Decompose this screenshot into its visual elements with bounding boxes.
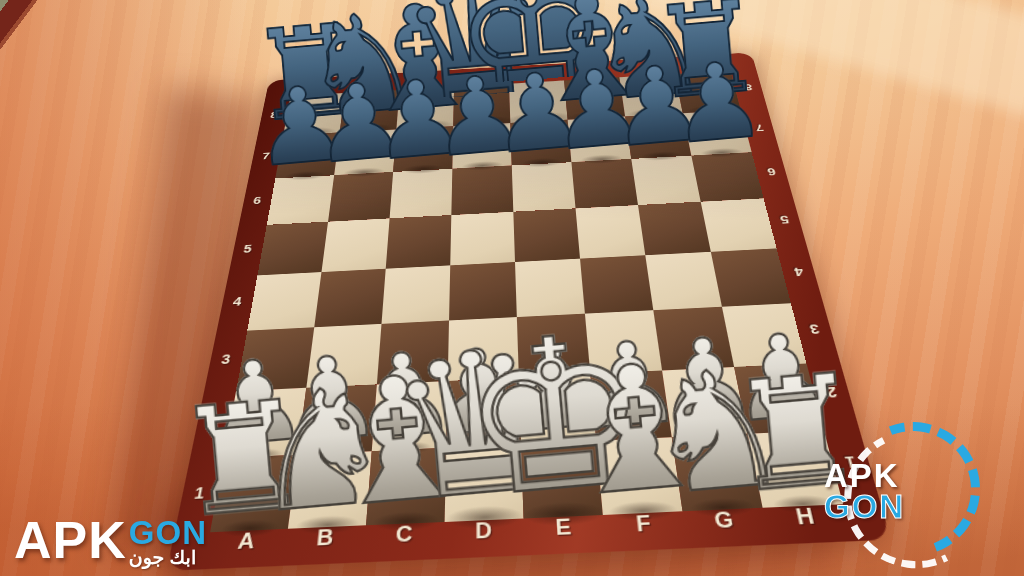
square-e5[interactable] xyxy=(513,208,580,262)
square-f5[interactable] xyxy=(576,205,646,259)
rank-label-right-5: 5 xyxy=(768,213,801,228)
square-e6[interactable] xyxy=(512,162,576,211)
watermark-bottom-left: APK GON ابك جون xyxy=(14,517,207,568)
rank-label-right-6: 6 xyxy=(756,165,788,179)
square-g5[interactable] xyxy=(638,202,711,256)
square-h5[interactable] xyxy=(701,198,777,252)
watermark-apk-text: APK xyxy=(14,517,127,564)
logo-gon-text: GON xyxy=(824,491,905,522)
square-h6[interactable] xyxy=(691,152,763,201)
square-b5[interactable] xyxy=(321,218,389,272)
square-b6[interactable] xyxy=(328,172,393,222)
square-h4[interactable] xyxy=(711,248,791,306)
game-scene: ♜♞♝♛♚♝♞♜♟♟♟♟♟♟♟♟♟♟♟♟♟♟♟♟♜♞♝♛♚♝♞♜ 8877665… xyxy=(0,0,1024,576)
logo-apk-text: APK xyxy=(824,460,900,491)
rank-label-left-6: 6 xyxy=(242,193,272,207)
square-a4[interactable] xyxy=(247,272,321,331)
square-g6[interactable] xyxy=(631,156,700,205)
watermark-arabic-text: ابك جون xyxy=(129,548,196,568)
watermark-bottom-right: APK GON xyxy=(824,420,994,568)
rank-label-left-5: 5 xyxy=(232,241,263,256)
square-d6[interactable] xyxy=(451,166,513,215)
rank-label-right-4: 4 xyxy=(781,264,816,280)
square-c6[interactable] xyxy=(390,169,453,219)
board-grid: ♜♞♝♛♚♝♞♜♟♟♟♟♟♟♟♟♟♟♟♟♟♟♟♟♜♞♝♛♚♝♞♜ xyxy=(210,71,843,532)
watermark-gon-text: GON xyxy=(129,517,207,548)
square-a6[interactable] xyxy=(267,175,334,225)
square-b4[interactable] xyxy=(314,269,385,328)
square-g4[interactable] xyxy=(645,252,722,310)
square-h7[interactable]: ♟ xyxy=(683,110,752,156)
square-d5[interactable] xyxy=(450,212,515,266)
table-edge-arc xyxy=(0,0,150,100)
square-a5[interactable] xyxy=(257,222,328,276)
rank-label-left-4: 4 xyxy=(221,293,254,309)
square-c5[interactable] xyxy=(386,215,452,269)
square-f6[interactable] xyxy=(571,159,638,208)
black-pawn-h7[interactable]: ♟ xyxy=(666,46,769,159)
